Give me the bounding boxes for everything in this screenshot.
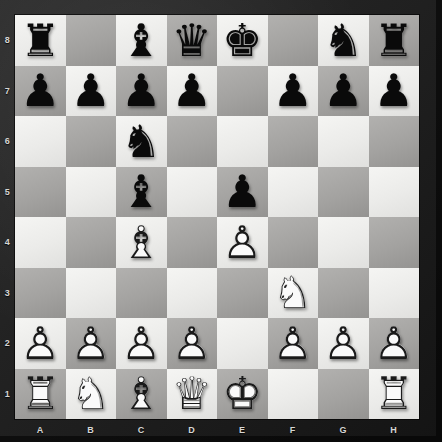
square-h5[interactable] [369, 167, 420, 218]
square-f6[interactable] [268, 116, 319, 167]
square-e6[interactable] [217, 116, 268, 167]
square-d5[interactable] [167, 167, 218, 218]
white-bishop-outline-glyph: ♗ [116, 217, 167, 268]
square-e8[interactable]: ♚ [217, 15, 268, 66]
square-c6[interactable]: ♞ [116, 116, 167, 167]
black-pawn-glyph: ♟ [369, 66, 420, 117]
piece-white-pawn-b2[interactable]: ♟♙ [66, 318, 117, 369]
square-a4[interactable] [15, 217, 66, 268]
piece-white-pawn-g2[interactable]: ♟♙ [318, 318, 369, 369]
square-b3[interactable] [66, 268, 117, 319]
square-g3[interactable] [318, 268, 369, 319]
piece-black-queen-d8[interactable]: ♛ [167, 15, 218, 66]
square-h4[interactable] [369, 217, 420, 268]
piece-black-pawn-c7[interactable]: ♟ [116, 66, 167, 117]
white-rook-outline-glyph: ♖ [15, 369, 66, 420]
piece-white-rook-a1[interactable]: ♜♖ [15, 369, 66, 420]
square-f3[interactable]: ♞♘ [268, 268, 319, 319]
white-pawn-outline-glyph: ♙ [167, 318, 218, 369]
white-pawn-outline-glyph: ♙ [318, 318, 369, 369]
piece-black-knight-c6[interactable]: ♞ [116, 116, 167, 167]
white-queen-outline-glyph: ♕ [167, 369, 218, 420]
square-g5[interactable] [318, 167, 369, 218]
white-bishop-outline-glyph: ♗ [116, 369, 167, 420]
rank-label-8: 8 [0, 15, 15, 66]
piece-black-pawn-h7[interactable]: ♟ [369, 66, 420, 117]
square-b7[interactable]: ♟ [66, 66, 117, 117]
white-pawn-outline-glyph: ♙ [268, 318, 319, 369]
file-label-c: C [116, 419, 167, 440]
square-b6[interactable] [66, 116, 117, 167]
board: ♜♝♛♚♞♜♟♟♟♟♟♟♟♞♝♟♝♗♟♙♞♘♟♙♟♙♟♙♟♙♟♙♟♙♟♙♜♖♞♘… [15, 15, 419, 419]
square-b2[interactable]: ♟♙ [66, 318, 117, 369]
chess-diagram: ♜♝♛♚♞♜♟♟♟♟♟♟♟♞♝♟♝♗♟♙♞♘♟♙♟♙♟♙♟♙♟♙♟♙♟♙♜♖♞♘… [0, 0, 442, 442]
piece-black-knight-g8[interactable]: ♞ [318, 15, 369, 66]
square-c8[interactable]: ♝ [116, 15, 167, 66]
square-c2[interactable]: ♟♙ [116, 318, 167, 369]
piece-black-pawn-a7[interactable]: ♟ [15, 66, 66, 117]
square-e3[interactable] [217, 268, 268, 319]
black-pawn-glyph: ♟ [15, 66, 66, 117]
piece-black-pawn-e5[interactable]: ♟ [217, 167, 268, 218]
piece-white-pawn-a2[interactable]: ♟♙ [15, 318, 66, 369]
square-b5[interactable] [66, 167, 117, 218]
square-b8[interactable] [66, 15, 117, 66]
square-c1[interactable]: ♝♗ [116, 369, 167, 420]
square-a8[interactable]: ♜ [15, 15, 66, 66]
rank-label-3: 3 [0, 268, 15, 319]
piece-white-rook-h1[interactable]: ♜♖ [369, 369, 420, 420]
piece-black-pawn-b7[interactable]: ♟ [66, 66, 117, 117]
square-f2[interactable]: ♟♙ [268, 318, 319, 369]
square-c4[interactable]: ♝♗ [116, 217, 167, 268]
black-pawn-glyph: ♟ [217, 167, 268, 218]
piece-black-pawn-f7[interactable]: ♟ [268, 66, 319, 117]
file-label-g: G [318, 419, 369, 440]
black-rook-glyph: ♜ [15, 15, 66, 66]
black-rook-glyph: ♜ [369, 15, 420, 66]
square-c7[interactable]: ♟ [116, 66, 167, 117]
file-label-e: E [217, 419, 268, 440]
piece-white-knight-f3[interactable]: ♞♘ [268, 268, 319, 319]
square-b4[interactable] [66, 217, 117, 268]
black-pawn-glyph: ♟ [66, 66, 117, 117]
piece-black-king-e8[interactable]: ♚ [217, 15, 268, 66]
piece-black-pawn-g7[interactable]: ♟ [318, 66, 369, 117]
square-f8[interactable] [268, 15, 319, 66]
square-c3[interactable] [116, 268, 167, 319]
square-d2[interactable]: ♟♙ [167, 318, 218, 369]
square-a7[interactable]: ♟ [15, 66, 66, 117]
black-pawn-glyph: ♟ [116, 66, 167, 117]
square-g8[interactable]: ♞ [318, 15, 369, 66]
square-f5[interactable] [268, 167, 319, 218]
square-b1[interactable]: ♞♘ [66, 369, 117, 420]
black-queen-glyph: ♛ [167, 15, 218, 66]
piece-white-knight-b1[interactable]: ♞♘ [66, 369, 117, 420]
piece-white-bishop-c4[interactable]: ♝♗ [116, 217, 167, 268]
piece-black-bishop-c8[interactable]: ♝ [116, 15, 167, 66]
piece-white-pawn-h2[interactable]: ♟♙ [369, 318, 420, 369]
rank-label-4: 4 [0, 217, 15, 268]
square-d8[interactable]: ♛ [167, 15, 218, 66]
square-g6[interactable] [318, 116, 369, 167]
rank-label-6: 6 [0, 116, 15, 167]
white-king-outline-glyph: ♔ [217, 369, 268, 420]
black-bishop-glyph: ♝ [116, 167, 167, 218]
square-d1[interactable]: ♛♕ [167, 369, 218, 420]
black-knight-glyph: ♞ [116, 116, 167, 167]
square-d7[interactable]: ♟ [167, 66, 218, 117]
piece-white-pawn-e4[interactable]: ♟♙ [217, 217, 268, 268]
square-h6[interactable] [369, 116, 420, 167]
square-g7[interactable]: ♟ [318, 66, 369, 117]
white-knight-outline-glyph: ♘ [66, 369, 117, 420]
black-bishop-glyph: ♝ [116, 15, 167, 66]
black-king-glyph: ♚ [217, 15, 268, 66]
square-a3[interactable] [15, 268, 66, 319]
square-g4[interactable] [318, 217, 369, 268]
piece-white-pawn-d2[interactable]: ♟♙ [167, 318, 218, 369]
piece-black-rook-a8[interactable]: ♜ [15, 15, 66, 66]
square-e5[interactable]: ♟ [217, 167, 268, 218]
piece-black-rook-h8[interactable]: ♜ [369, 15, 420, 66]
square-a1[interactable]: ♜♖ [15, 369, 66, 420]
file-label-f: F [268, 419, 319, 440]
white-pawn-outline-glyph: ♙ [369, 318, 420, 369]
square-h7[interactable]: ♟ [369, 66, 420, 117]
square-e1[interactable]: ♚♔ [217, 369, 268, 420]
piece-white-king-e1[interactable]: ♚♔ [217, 369, 268, 420]
square-d4[interactable] [167, 217, 218, 268]
square-e7[interactable] [217, 66, 268, 117]
rank-label-1: 1 [0, 369, 15, 420]
square-h1[interactable]: ♜♖ [369, 369, 420, 420]
white-pawn-outline-glyph: ♙ [15, 318, 66, 369]
piece-white-bishop-c1[interactable]: ♝♗ [116, 369, 167, 420]
black-pawn-glyph: ♟ [318, 66, 369, 117]
file-label-h: H [369, 419, 420, 440]
square-d6[interactable] [167, 116, 218, 167]
square-h2[interactable]: ♟♙ [369, 318, 420, 369]
white-pawn-outline-glyph: ♙ [66, 318, 117, 369]
piece-white-pawn-f2[interactable]: ♟♙ [268, 318, 319, 369]
square-f7[interactable]: ♟ [268, 66, 319, 117]
square-f4[interactable] [268, 217, 319, 268]
square-a6[interactable] [15, 116, 66, 167]
file-label-b: B [66, 419, 117, 440]
square-d3[interactable] [167, 268, 218, 319]
black-knight-glyph: ♞ [318, 15, 369, 66]
square-h8[interactable]: ♜ [369, 15, 420, 66]
piece-black-bishop-c5[interactable]: ♝ [116, 167, 167, 218]
rank-label-5: 5 [0, 167, 15, 218]
white-rook-outline-glyph: ♖ [369, 369, 420, 420]
rank-label-7: 7 [0, 66, 15, 117]
square-h3[interactable] [369, 268, 420, 319]
white-pawn-outline-glyph: ♙ [217, 217, 268, 268]
square-e2[interactable] [217, 318, 268, 369]
piece-black-pawn-d7[interactable]: ♟ [167, 66, 218, 117]
file-label-a: A [15, 419, 66, 440]
black-pawn-glyph: ♟ [268, 66, 319, 117]
white-knight-outline-glyph: ♘ [268, 268, 319, 319]
black-pawn-glyph: ♟ [167, 66, 218, 117]
square-g1[interactable] [318, 369, 369, 420]
square-e4[interactable]: ♟♙ [217, 217, 268, 268]
square-c5[interactable]: ♝ [116, 167, 167, 218]
square-g2[interactable]: ♟♙ [318, 318, 369, 369]
white-pawn-outline-glyph: ♙ [116, 318, 167, 369]
piece-white-pawn-c2[interactable]: ♟♙ [116, 318, 167, 369]
square-a2[interactable]: ♟♙ [15, 318, 66, 369]
file-label-d: D [167, 419, 218, 440]
rank-label-2: 2 [0, 318, 15, 369]
square-a5[interactable] [15, 167, 66, 218]
square-f1[interactable] [268, 369, 319, 420]
piece-white-queen-d1[interactable]: ♛♕ [167, 369, 218, 420]
